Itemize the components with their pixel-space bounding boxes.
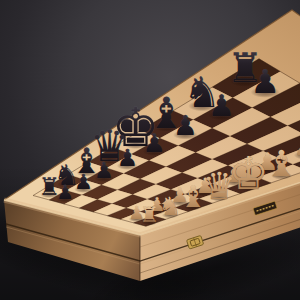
piece-white-knight-b1: ♞ [159, 192, 182, 221]
piece-white-rook-a1: ♜ [140, 202, 159, 227]
piece-black-pawn-a7: ♟ [56, 181, 74, 204]
piece-black-pawn-f7: ♟ [173, 109, 198, 142]
piece-black-pawn-b7: ♟ [74, 170, 93, 194]
chess-board-svg: ♜♟♞♟♝♟♟♜♚♟♟♞♛♟♟♝♝♟♟♚♞♟♟♛♜♟♟♝♟♞♟♜ [0, 0, 300, 300]
piece-black-pawn-e7: ♟ [143, 128, 166, 158]
piece-white-queen-d1: ♛ [202, 164, 235, 208]
piece-white-bishop-c1: ♝ [180, 179, 207, 214]
piece-black-pawn-g7: ♟ [208, 88, 235, 123]
chess-set-photo: ♜♟♞♟♝♟♟♜♚♟♟♞♛♟♟♝♝♟♟♚♞♟♟♛♜♟♟♝♟♞♟♜ [0, 0, 300, 300]
piece-black-pawn-h7: ♟ [250, 62, 280, 101]
piece-white-bishop-f1: ♝ [265, 142, 297, 185]
piece-black-pawn-d7: ♟ [117, 144, 138, 172]
piece-black-pawn-c7: ♟ [94, 157, 114, 183]
